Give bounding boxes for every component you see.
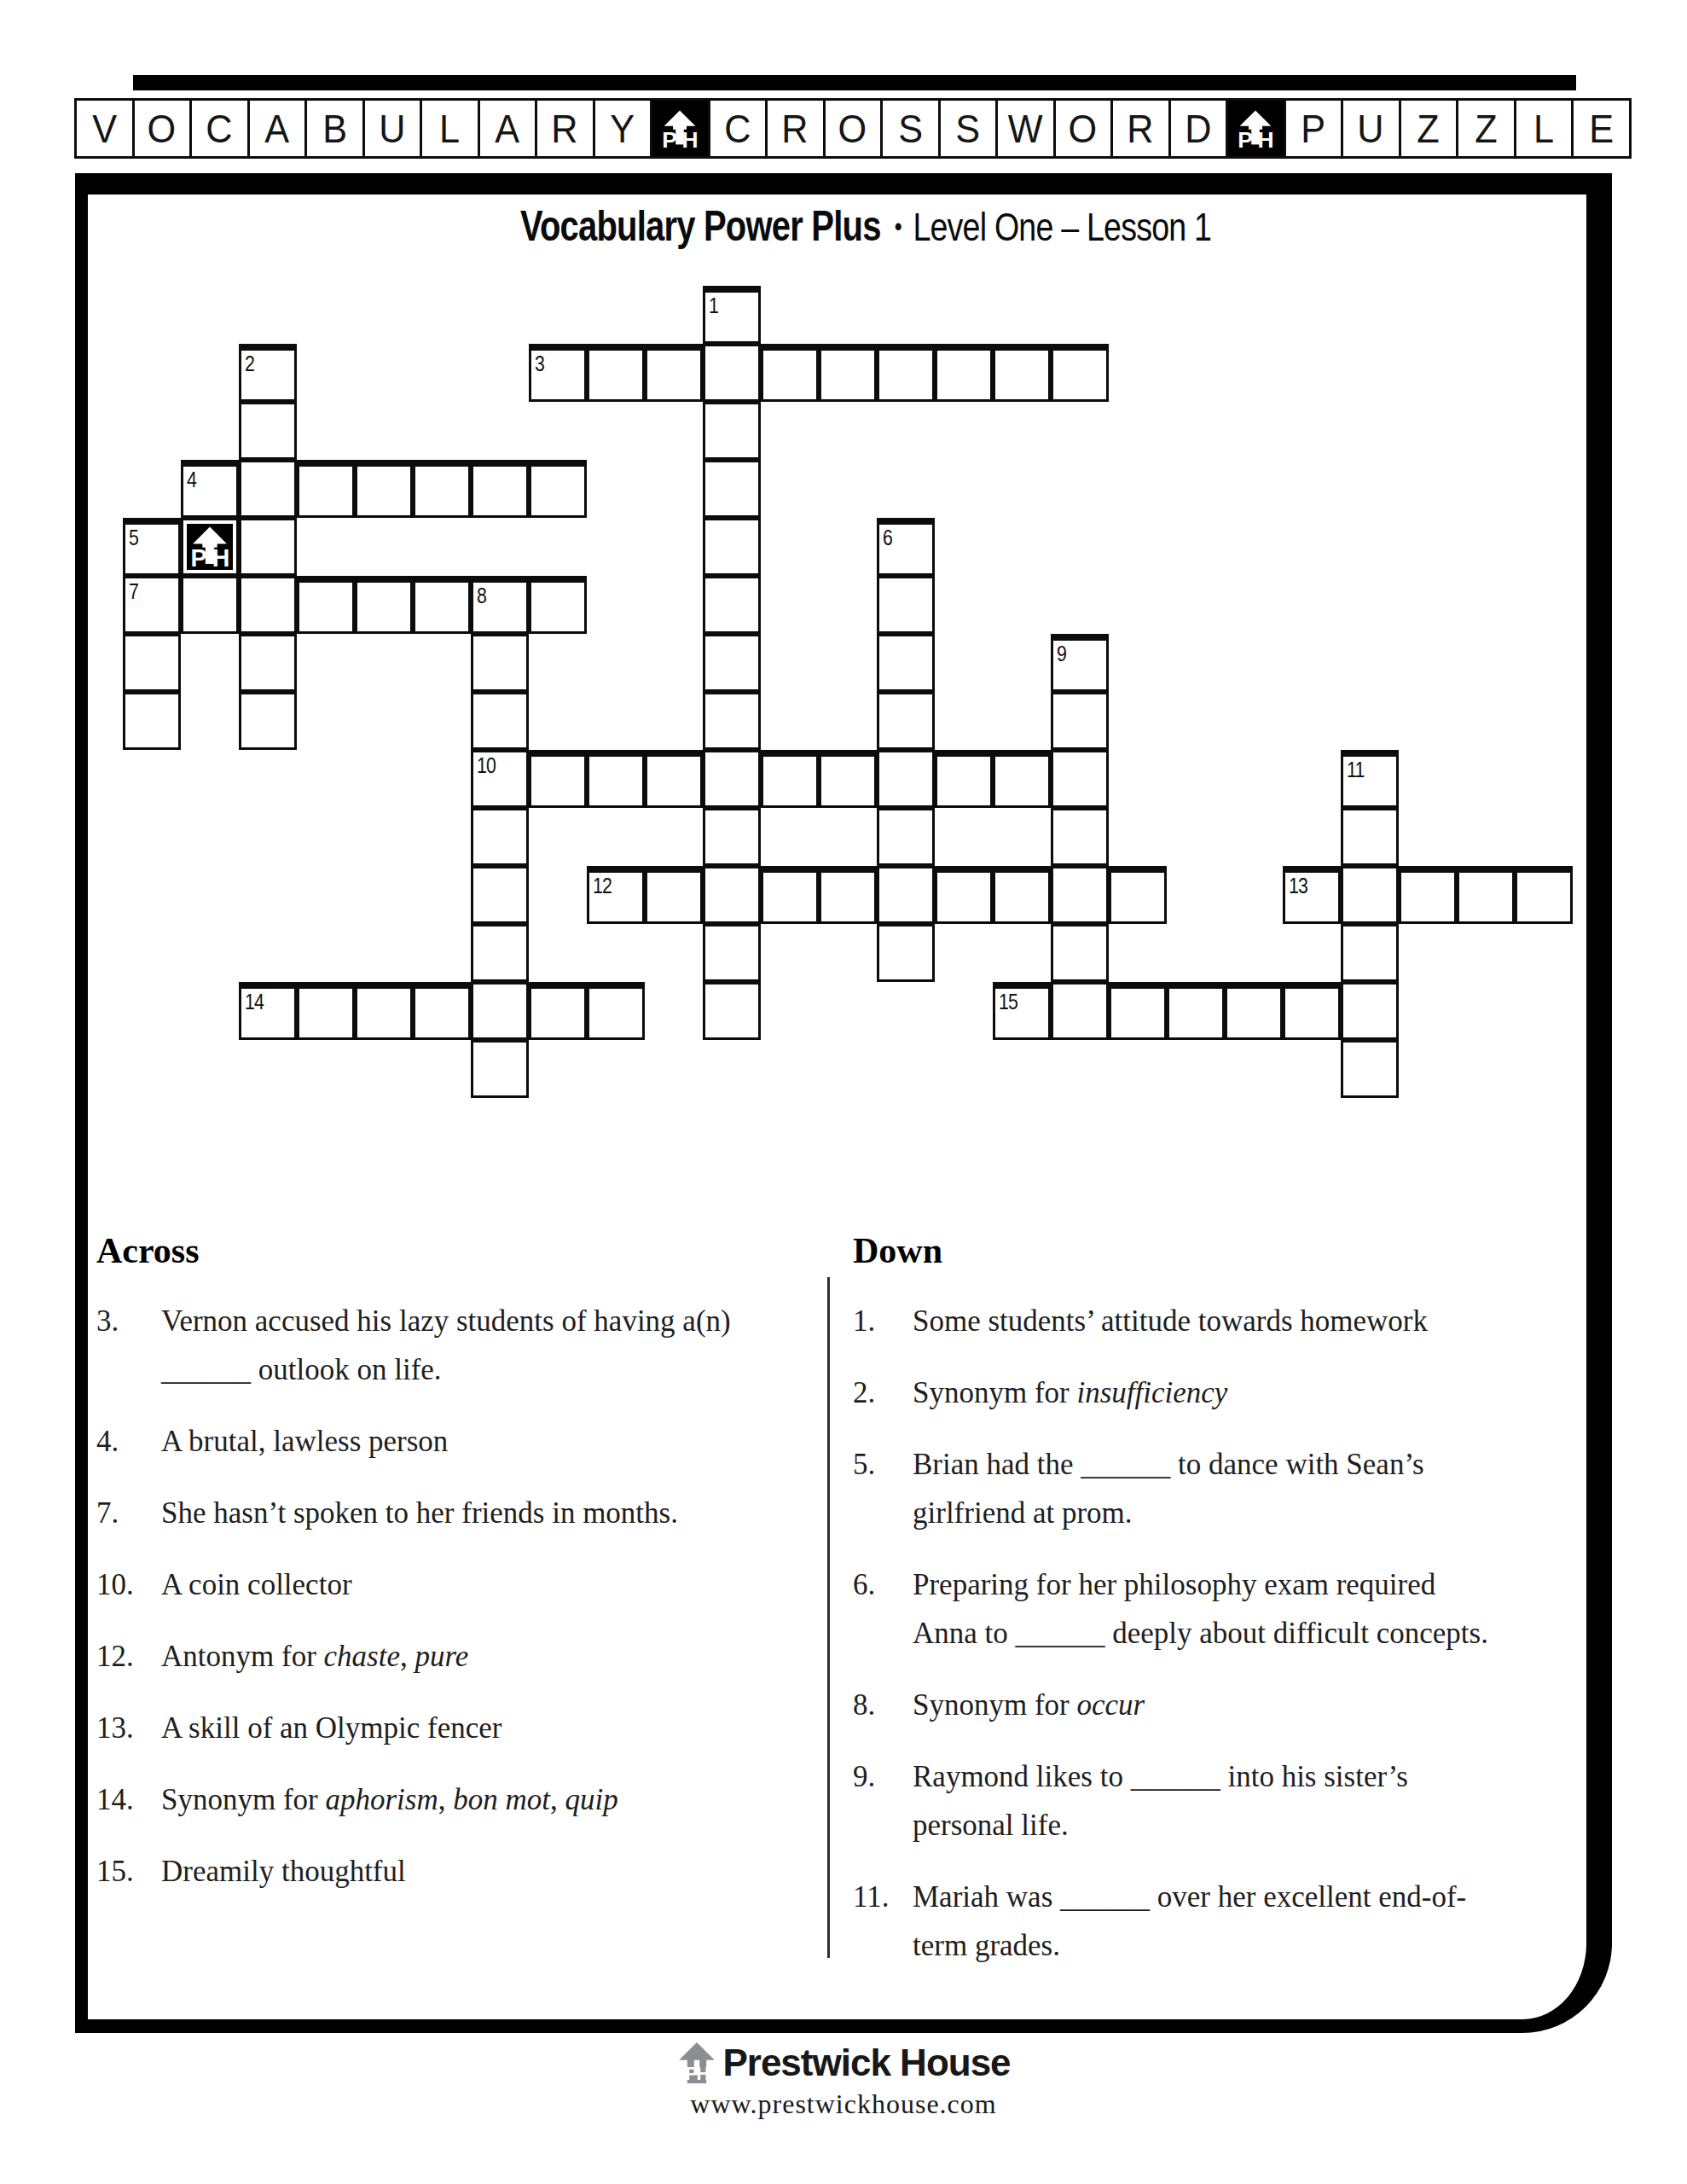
cell-r8c8[interactable] — [587, 750, 645, 808]
cell-r12c18[interactable] — [1167, 982, 1225, 1040]
across-clue-12: 12.Antonym for chaste, pure — [96, 1632, 826, 1681]
banner-letter-box-13: O — [823, 98, 884, 159]
cell-r6c13[interactable] — [877, 634, 935, 692]
cell-r4c2[interactable] — [239, 518, 297, 576]
cell-r8c15[interactable] — [993, 750, 1051, 808]
cell-r1c12[interactable] — [819, 344, 877, 402]
banner-logo-box: P H — [1226, 98, 1286, 159]
cell-r10c23[interactable] — [1457, 866, 1515, 924]
cell-r7c13[interactable] — [877, 692, 935, 750]
cell-number-5: 5 — [129, 525, 138, 550]
cell-r13c6[interactable] — [471, 1040, 529, 1098]
clue-number: 6. — [853, 1560, 913, 1658]
cell-r10c9[interactable] — [645, 866, 703, 924]
cell-r10c16[interactable] — [1051, 866, 1109, 924]
cell-r7c0[interactable] — [123, 692, 181, 750]
banner-letter-box-8: R — [535, 98, 595, 159]
across-clue-7: 7.She hasn’t spoken to her friends in mo… — [96, 1489, 826, 1537]
across-clue-14: 14.Synonym for aphorism, bon mot, quip — [96, 1775, 826, 1824]
clue-text: Raymond likes to ______ into his sister’… — [913, 1752, 1574, 1850]
banner-letter-box-23: Z — [1399, 98, 1459, 159]
crossword-grid: 12345 P H 6789101112131415 — [123, 286, 1573, 1098]
cell-r1c8[interactable] — [587, 344, 645, 402]
cell-r9c10[interactable] — [703, 808, 761, 866]
cell-r8c16[interactable] — [1051, 750, 1109, 808]
cell-r1c15[interactable] — [993, 344, 1051, 402]
down-clues-section: Down 1.Some students’ attitude towards h… — [853, 1230, 1574, 1993]
cell-r6c6[interactable] — [471, 634, 529, 692]
clue-number: 9. — [853, 1752, 913, 1850]
cell-r6c10[interactable] — [703, 634, 761, 692]
cell-number-7: 7 — [129, 578, 138, 604]
banner-letter-box-2: C — [189, 98, 250, 159]
clue-text: Synonym for occur — [913, 1681, 1574, 1729]
cell-r10c6[interactable] — [471, 866, 529, 924]
cell-r8c6[interactable]: 10 — [471, 750, 529, 808]
cell-number-11: 11 — [1347, 757, 1365, 782]
footer-brand-name: Prestwick House — [722, 2042, 1010, 2084]
cell-r8c11[interactable] — [761, 750, 819, 808]
cell-r3c5[interactable] — [413, 460, 471, 518]
cell-r6c0[interactable] — [123, 634, 181, 692]
page-title: Vocabulary Power Plus • Level One – Less… — [520, 201, 1211, 251]
cell-r1c7[interactable]: 3 — [529, 344, 587, 402]
clue-text: A brutal, lawless person — [161, 1417, 826, 1466]
cell-r2c10[interactable] — [703, 402, 761, 460]
banner-letter-box-6: L — [420, 98, 480, 159]
svg-text:H: H — [697, 2063, 710, 2084]
clue-text: A coin collector — [161, 1560, 826, 1609]
clue-text: Antonym for chaste, pure — [161, 1632, 826, 1681]
title-bullet-icon: • — [895, 211, 902, 242]
banner-letter-box-0: V — [74, 98, 135, 159]
cell-r5c5[interactable] — [413, 576, 471, 634]
cell-number-9: 9 — [1057, 641, 1066, 666]
down-clue-8: 8.Synonym for occur — [853, 1681, 1574, 1729]
cell-r12c2[interactable]: 14 — [239, 982, 297, 1040]
cell-r5c10[interactable] — [703, 576, 761, 634]
down-clue-2: 2.Synonym for insufficiency — [853, 1368, 1574, 1417]
clue-text: She hasn’t spoken to her friends in mont… — [161, 1489, 826, 1537]
cell-r12c19[interactable] — [1225, 982, 1283, 1040]
down-clue-9: 9.Raymond likes to ______ into his siste… — [853, 1752, 1574, 1850]
svg-text:P: P — [190, 544, 206, 569]
cell-r6c16[interactable]: 9 — [1051, 634, 1109, 692]
svg-text:H: H — [212, 544, 230, 569]
cell-r11c13[interactable] — [877, 924, 935, 982]
clue-text: Brian had the ______ to dance with Sean’… — [913, 1440, 1574, 1537]
clue-text: Dreamily thoughtful — [161, 1847, 826, 1896]
cell-r12c5[interactable] — [413, 982, 471, 1040]
cell-r3c1[interactable]: 4 — [181, 460, 239, 518]
cell-r11c6[interactable] — [471, 924, 529, 982]
cell-r8c14[interactable] — [935, 750, 993, 808]
cell-r7c2[interactable] — [239, 692, 297, 750]
cell-r1c14[interactable] — [935, 344, 993, 402]
cell-r10c13[interactable] — [877, 866, 935, 924]
clue-text: A skill of an Olympic fencer — [161, 1704, 826, 1752]
clue-number: 2. — [853, 1368, 913, 1417]
cell-r12c21[interactable] — [1341, 982, 1399, 1040]
title-edition: Level One – Lesson 1 — [913, 203, 1211, 250]
clue-text: Some students’ attitude towards homework — [913, 1297, 1574, 1345]
across-clue-3: 3.Vernon accused his lazy students of ha… — [96, 1297, 826, 1394]
cell-r7c6[interactable] — [471, 692, 529, 750]
black-logo-cell: P H — [181, 518, 239, 576]
cell-r5c1[interactable] — [181, 576, 239, 634]
down-heading: Down — [853, 1230, 1574, 1271]
cell-r12c15[interactable]: 15 — [993, 982, 1051, 1040]
cell-r3c4[interactable] — [355, 460, 413, 518]
cell-r11c10[interactable] — [703, 924, 761, 982]
cell-number-2: 2 — [245, 351, 254, 376]
cell-r8c21[interactable]: 11 — [1341, 750, 1399, 808]
title-product: Vocabulary Power Plus — [520, 201, 881, 251]
cell-r10c22[interactable] — [1399, 866, 1457, 924]
svg-text:P: P — [1238, 126, 1253, 148]
banner-letter-box-24: Z — [1456, 98, 1516, 159]
clue-number: 10. — [96, 1560, 161, 1609]
cell-number-3: 3 — [535, 351, 544, 376]
clue-number: 1. — [853, 1297, 913, 1345]
cell-r8c13[interactable] — [877, 750, 935, 808]
down-clue-5: 5.Brian had the ______ to dance with Sea… — [853, 1440, 1574, 1537]
cell-r12c10[interactable] — [703, 982, 761, 1040]
cell-number-14: 14 — [245, 989, 264, 1014]
cell-r12c4[interactable] — [355, 982, 413, 1040]
svg-text:H: H — [682, 126, 699, 148]
cell-r4c0[interactable]: 5 — [123, 518, 181, 576]
cell-r6c2[interactable] — [239, 634, 297, 692]
cell-r12c20[interactable] — [1283, 982, 1341, 1040]
footer-url: www.prestwickhouse.com — [690, 2088, 996, 2120]
cell-r9c21[interactable] — [1341, 808, 1399, 866]
cell-r5c6[interactable]: 8 — [471, 576, 529, 634]
cell-r8c9[interactable] — [645, 750, 703, 808]
across-clues-section: Across 3.Vernon accused his lazy student… — [96, 1230, 826, 1919]
cell-r1c16[interactable] — [1051, 344, 1109, 402]
clue-number: 11. — [853, 1873, 913, 1970]
banner-letter-box-4: B — [304, 98, 365, 159]
clue-text: Mariah was ______ over her excellent end… — [913, 1873, 1574, 1970]
across-clue-13: 13.A skill of an Olympic fencer — [96, 1704, 826, 1752]
cell-r10c24[interactable] — [1515, 866, 1573, 924]
cell-r11c16[interactable] — [1051, 924, 1109, 982]
cell-r8c12[interactable] — [819, 750, 877, 808]
banner-letter-box-21: P — [1284, 98, 1344, 159]
clue-number: 3. — [96, 1297, 161, 1394]
cell-r10c10[interactable] — [703, 866, 761, 924]
banner-letter-box-26: E — [1571, 98, 1632, 159]
banner-letter-box-25: L — [1514, 98, 1574, 159]
clue-text: Synonym for insufficiency — [913, 1368, 1574, 1417]
cell-r5c7[interactable] — [529, 576, 587, 634]
header-top-rule — [133, 75, 1576, 90]
cell-r1c9[interactable] — [645, 344, 703, 402]
across-clue-15: 15.Dreamily thoughtful — [96, 1847, 826, 1896]
cell-r13c21[interactable] — [1341, 1040, 1399, 1098]
cell-r10c11[interactable] — [761, 866, 819, 924]
banner-letter-box-9: Y — [593, 98, 653, 159]
cell-r9c16[interactable] — [1051, 808, 1109, 866]
worksheet-page: { "game": "crossword", "banner": { "boxe… — [0, 0, 1687, 2184]
cell-r1c13[interactable] — [877, 344, 935, 402]
clue-number: 12. — [96, 1632, 161, 1681]
cell-number-13: 13 — [1289, 873, 1307, 898]
cell-r5c3[interactable] — [297, 576, 355, 634]
cell-r3c6[interactable] — [471, 460, 529, 518]
banner-logo-box: P H — [650, 98, 710, 159]
cell-number-8: 8 — [477, 583, 486, 608]
banner-letter-row: VOCABULARY P H CROSSWORD P H PUZZLE — [74, 98, 1632, 159]
clue-text: Preparing for her philosophy exam requir… — [913, 1560, 1574, 1658]
down-clue-list: 1.Some students’ attitude towards homewo… — [853, 1297, 1574, 1970]
down-clue-1: 1.Some students’ attitude towards homewo… — [853, 1297, 1574, 1345]
prestwick-house-mark-icon: P H — [188, 525, 232, 569]
cell-r1c11[interactable] — [761, 344, 819, 402]
banner-letter-box-1: O — [132, 98, 193, 159]
cell-r2c2[interactable] — [239, 402, 297, 460]
cell-r10c15[interactable] — [993, 866, 1051, 924]
clue-text: Synonym for aphorism, bon mot, quip — [161, 1775, 826, 1824]
clue-number: 14. — [96, 1775, 161, 1824]
cell-r10c8[interactable]: 12 — [587, 866, 645, 924]
prestwick-house-logo-icon: P H — [676, 2041, 717, 2085]
across-clue-10: 10.A coin collector — [96, 1560, 826, 1609]
clue-text: Vernon accused his lazy students of havi… — [161, 1297, 826, 1394]
cell-r10c14[interactable] — [935, 866, 993, 924]
clue-number: 15. — [96, 1847, 161, 1896]
cell-r4c13[interactable]: 6 — [877, 518, 935, 576]
cell-number-15: 15 — [999, 989, 1017, 1014]
clue-column-divider — [827, 1277, 830, 1958]
across-clue-4: 4.A brutal, lawless person — [96, 1417, 826, 1466]
cell-r10c17[interactable] — [1109, 866, 1167, 924]
banner-letter-box-7: A — [478, 98, 538, 159]
clue-number: 5. — [853, 1440, 913, 1537]
cell-r12c16[interactable] — [1051, 982, 1109, 1040]
cell-number-12: 12 — [593, 873, 612, 898]
clue-number: 8. — [853, 1681, 913, 1729]
cell-r1c2[interactable]: 2 — [239, 344, 297, 402]
svg-text:P: P — [662, 126, 677, 148]
cell-r5c13[interactable] — [877, 576, 935, 634]
cell-r12c6[interactable] — [471, 982, 529, 1040]
cell-r12c17[interactable] — [1109, 982, 1167, 1040]
cell-r1c10[interactable] — [703, 344, 761, 402]
cell-number-6: 6 — [883, 525, 892, 550]
cell-r9c13[interactable] — [877, 808, 935, 866]
cell-number-4: 4 — [187, 467, 196, 492]
prestwick-house-mark-icon: P H — [659, 108, 700, 149]
clue-number: 13. — [96, 1704, 161, 1752]
prestwick-house-mark-icon: P H — [1235, 108, 1276, 149]
cell-number-10: 10 — [477, 752, 496, 778]
cell-r10c21[interactable] — [1341, 866, 1399, 924]
cell-r5c0[interactable]: 7 — [123, 576, 181, 634]
cell-r7c16[interactable] — [1051, 692, 1109, 750]
cell-r8c7[interactable] — [529, 750, 587, 808]
across-heading: Across — [96, 1230, 826, 1271]
svg-text:H: H — [1258, 126, 1274, 148]
cell-r12c7[interactable] — [529, 982, 587, 1040]
cell-r8c10[interactable] — [703, 750, 761, 808]
footer: P H Prestwick House www.prestwickhouse.c… — [0, 2041, 1687, 2120]
cell-r10c12[interactable] — [819, 866, 877, 924]
cell-r7c10[interactable] — [703, 692, 761, 750]
banner-letter-box-12: R — [765, 98, 826, 159]
footer-brand-row: P H Prestwick House — [676, 2041, 1010, 2085]
across-clue-list: 3.Vernon accused his lazy students of ha… — [96, 1297, 826, 1896]
cell-r3c7[interactable] — [529, 460, 587, 518]
black-cell-logo: P H — [187, 524, 233, 570]
banner-letter-box-19: D — [1168, 98, 1229, 159]
down-clue-6: 6.Preparing for her philosophy exam requ… — [853, 1560, 1574, 1658]
cell-r5c4[interactable] — [355, 576, 413, 634]
cell-number-1: 1 — [709, 293, 718, 318]
banner-letter-box-22: U — [1341, 98, 1401, 159]
cell-r10c20[interactable]: 13 — [1283, 866, 1341, 924]
cell-r0c10[interactable]: 1 — [703, 286, 761, 344]
banner-letter-box-5: U — [362, 98, 423, 159]
cell-r11c21[interactable] — [1341, 924, 1399, 982]
cell-r5c2[interactable] — [239, 576, 297, 634]
clue-number: 4. — [96, 1417, 161, 1466]
cell-r3c10[interactable] — [703, 460, 761, 518]
cell-r9c6[interactable] — [471, 808, 529, 866]
banner-letter-box-16: W — [995, 98, 1056, 159]
clue-number: 7. — [96, 1489, 161, 1537]
cell-r3c2[interactable] — [239, 460, 297, 518]
banner-letter-box-3: A — [247, 98, 308, 159]
cell-r3c3[interactable] — [297, 460, 355, 518]
down-clue-11: 11.Mariah was ______ over her excellent … — [853, 1873, 1574, 1970]
banner-letter-box-18: R — [1110, 98, 1171, 159]
banner-letter-box-15: S — [938, 98, 999, 159]
cell-r12c8[interactable] — [587, 982, 645, 1040]
banner-letter-box-11: C — [708, 98, 768, 159]
banner-letter-box-14: S — [880, 98, 941, 159]
cell-r12c3[interactable] — [297, 982, 355, 1040]
banner-letter-box-17: O — [1053, 98, 1114, 159]
cell-r4c10[interactable] — [703, 518, 761, 576]
